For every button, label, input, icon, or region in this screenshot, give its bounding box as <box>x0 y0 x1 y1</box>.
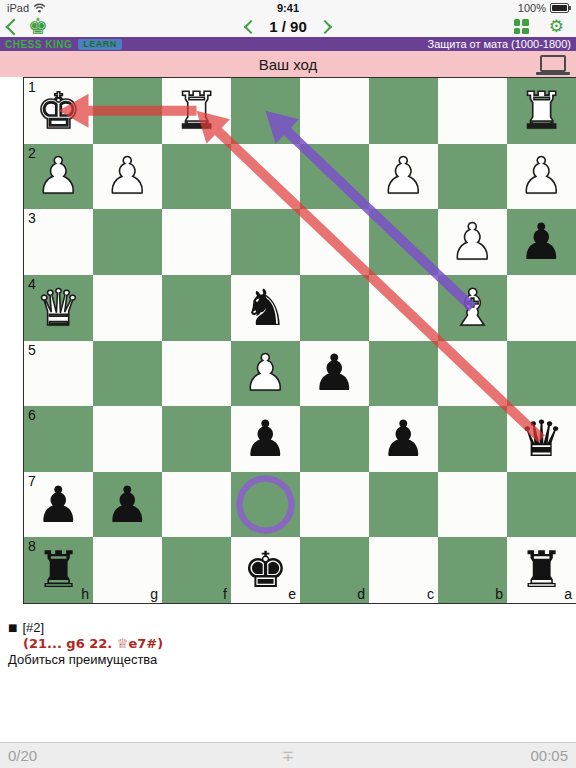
piece-black-pawn[interactable]: ♟ <box>105 480 150 530</box>
square-d8[interactable]: d <box>300 537 369 603</box>
piece-black-pawn[interactable]: ♟ <box>243 414 288 464</box>
rank-label-6: 6 <box>28 407 36 423</box>
side-to-move-bullet: ■ <box>8 620 17 635</box>
square-g1[interactable] <box>93 78 162 144</box>
square-c6[interactable]: ♟ <box>369 406 438 472</box>
piece-black-pawn[interactable]: ♟ <box>312 348 357 398</box>
square-c2[interactable]: ♟ <box>369 144 438 210</box>
square-e8[interactable]: ♚e <box>231 537 300 603</box>
square-d7[interactable] <box>300 472 369 538</box>
square-g7[interactable]: ♟ <box>93 472 162 538</box>
square-e1[interactable] <box>231 78 300 144</box>
timer: 00:05 <box>530 747 568 764</box>
piece-white-pawn[interactable]: ♟ <box>381 151 426 201</box>
square-h7[interactable]: ♟7 <box>24 472 93 538</box>
battery-icon <box>550 3 569 13</box>
learn-badge: LEARN <box>78 39 122 50</box>
status-bar: iPad 9:41 100% <box>0 0 576 16</box>
piece-white-bishop[interactable]: ♝ <box>450 283 495 333</box>
bottom-bar: 0/20 ∓ 00:05 <box>0 742 576 768</box>
rank-label-7: 7 <box>28 473 36 489</box>
prev-puzzle-icon[interactable] <box>244 19 258 33</box>
square-b1[interactable] <box>438 78 507 144</box>
square-b5[interactable] <box>438 341 507 407</box>
square-e2[interactable] <box>231 144 300 210</box>
square-d1[interactable] <box>300 78 369 144</box>
file-label-b: b <box>495 586 503 602</box>
square-a8[interactable]: ♜a <box>507 537 576 603</box>
square-d5[interactable]: ♟ <box>300 341 369 407</box>
square-f4[interactable] <box>162 275 231 341</box>
square-d4[interactable] <box>300 275 369 341</box>
piece-black-queen[interactable]: ♛ <box>519 414 564 464</box>
square-f2[interactable] <box>162 144 231 210</box>
square-d2[interactable] <box>300 144 369 210</box>
square-h6[interactable]: 6 <box>24 406 93 472</box>
square-a5[interactable] <box>507 341 576 407</box>
square-a4[interactable] <box>507 275 576 341</box>
piece-black-rook[interactable]: ♜ <box>36 545 81 595</box>
square-h8[interactable]: ♜8h <box>24 537 93 603</box>
square-f7[interactable] <box>162 472 231 538</box>
square-c3[interactable] <box>369 209 438 275</box>
nav-bar: ♚ 1 / 90 ⚙ <box>0 16 576 37</box>
square-f5[interactable] <box>162 341 231 407</box>
square-d3[interactable] <box>300 209 369 275</box>
square-h1[interactable]: ♚1 <box>24 78 93 144</box>
file-label-d: d <box>357 586 365 602</box>
rank-label-1: 1 <box>28 79 36 95</box>
piece-black-rook[interactable]: ♜ <box>519 545 564 595</box>
square-e5[interactable]: ♟ <box>231 341 300 407</box>
battery-percent: 100% <box>518 2 546 14</box>
task-label: [#2] <box>22 620 44 635</box>
piece-white-rook[interactable]: ♜ <box>174 86 219 136</box>
square-b8[interactable]: b <box>438 537 507 603</box>
piece-white-pawn[interactable]: ♟ <box>105 151 150 201</box>
settings-gear-icon[interactable]: ⚙ <box>549 18 564 35</box>
square-e3[interactable] <box>231 209 300 275</box>
square-g2[interactable]: ♟ <box>93 144 162 210</box>
square-f3[interactable] <box>162 209 231 275</box>
square-g8[interactable]: g <box>93 537 162 603</box>
piece-white-pawn[interactable]: ♟ <box>36 151 81 201</box>
square-g6[interactable] <box>93 406 162 472</box>
piece-white-pawn[interactable]: ♟ <box>450 217 495 267</box>
square-b7[interactable] <box>438 472 507 538</box>
puzzle-counter: 1 / 90 <box>269 18 307 35</box>
file-label-e: e <box>288 586 296 602</box>
square-b2[interactable] <box>438 144 507 210</box>
square-b4[interactable]: ♝ <box>438 275 507 341</box>
square-h5[interactable]: 5 <box>24 341 93 407</box>
square-d6[interactable] <box>300 406 369 472</box>
square-e6[interactable]: ♟ <box>231 406 300 472</box>
square-c7[interactable] <box>369 472 438 538</box>
file-label-h: h <box>81 586 89 602</box>
next-puzzle-icon[interactable] <box>318 19 332 33</box>
piece-white-queen[interactable]: ♛ <box>36 283 81 333</box>
brand-bar: CHESS KING LEARN Защита от мата (1000-18… <box>0 37 576 51</box>
rank-label-5: 5 <box>28 342 36 358</box>
square-c8[interactable]: c <box>369 537 438 603</box>
piece-white-pawn[interactable]: ♟ <box>243 348 288 398</box>
goal-text: Добиться преимущества <box>8 652 568 667</box>
square-c5[interactable] <box>369 341 438 407</box>
puzzle-grid-icon[interactable] <box>514 19 529 34</box>
piece-black-king[interactable]: ♚ <box>243 545 288 595</box>
square-e4[interactable]: ♞ <box>231 275 300 341</box>
eval-symbol: ∓ <box>0 747 576 765</box>
rank-label-4: 4 <box>28 276 36 292</box>
square-a1[interactable]: ♜ <box>507 78 576 144</box>
puzzle-pager: 1 / 90 <box>0 18 576 35</box>
turn-bar: Ваш ход <box>0 51 576 77</box>
square-a7[interactable] <box>507 472 576 538</box>
file-label-c: c <box>427 586 434 602</box>
square-g4[interactable] <box>93 275 162 341</box>
piece-black-pawn[interactable]: ♟ <box>519 217 564 267</box>
square-b6[interactable] <box>438 406 507 472</box>
square-a3[interactable]: ♟ <box>507 209 576 275</box>
variation-line[interactable]: (21... g6 22. ♕e7#) <box>23 636 568 651</box>
square-f1[interactable]: ♜ <box>162 78 231 144</box>
piece-black-pawn[interactable]: ♟ <box>381 414 426 464</box>
square-g3[interactable] <box>93 209 162 275</box>
piece-white-pawn[interactable]: ♟ <box>519 151 564 201</box>
brand-name: CHESS KING <box>5 39 72 50</box>
square-h3[interactable]: 3 <box>24 209 93 275</box>
square-a6[interactable]: ♛ <box>507 406 576 472</box>
course-title: Защита от мата (1000-1800) <box>428 38 571 50</box>
piece-white-king[interactable]: ♚ <box>36 86 81 136</box>
square-a2[interactable]: ♟ <box>507 144 576 210</box>
square-c4[interactable] <box>369 275 438 341</box>
file-label-a: a <box>564 586 572 602</box>
rank-label-8: 8 <box>28 538 36 554</box>
file-label-g: g <box>150 586 158 602</box>
computer-opponent-icon[interactable] <box>540 55 566 72</box>
square-b3[interactable]: ♟ <box>438 209 507 275</box>
rank-label-2: 2 <box>28 145 36 161</box>
square-h2[interactable]: ♟2 <box>24 144 93 210</box>
piece-black-pawn[interactable]: ♟ <box>36 480 81 530</box>
annotation-panel: ■ [#2] (21... g6 22. ♕e7#) Добиться преи… <box>0 604 576 742</box>
rank-label-3: 3 <box>28 210 36 226</box>
file-label-f: f <box>223 586 227 602</box>
clock: 9:41 <box>0 2 576 14</box>
chess-board: ♚1♜♜♟2♟♟♟3♟♟♛4♞♝5♟♟6♟♟♛♟7♟♜8hgf♚edcb♜a <box>23 77 576 604</box>
square-f6[interactable] <box>162 406 231 472</box>
piece-black-knight[interactable]: ♞ <box>243 283 288 333</box>
square-g5[interactable] <box>93 341 162 407</box>
square-e7[interactable] <box>231 472 300 538</box>
piece-white-rook[interactable]: ♜ <box>519 86 564 136</box>
square-h4[interactable]: ♛4 <box>24 275 93 341</box>
turn-message: Ваш ход <box>0 56 576 73</box>
square-f8[interactable]: f <box>162 537 231 603</box>
square-c1[interactable] <box>369 78 438 144</box>
